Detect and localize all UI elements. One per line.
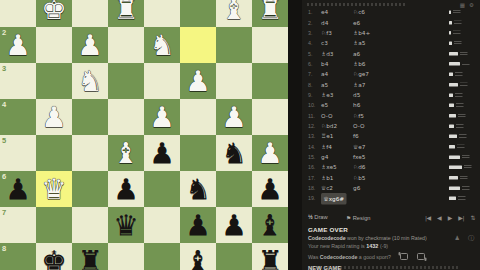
square-d5[interactable]: ♟ [144,135,180,171]
white-move[interactable]: ♗d3 [321,48,333,58]
square-h5[interactable]: 5 [0,135,36,171]
white-move[interactable]: ♘f3 [321,28,332,38]
square-f1[interactable] [72,0,108,27]
square-c3[interactable]: ♟ [180,63,216,99]
white-pawn-piece: ♟ [144,99,180,135]
square-b2[interactable] [216,27,252,63]
square-b5[interactable]: ♞ [216,135,252,171]
square-a8[interactable]: ♜ [252,243,288,270]
white-move[interactable]: ♗f4 [321,141,332,151]
square-d1[interactable] [144,0,180,27]
tiny-number-smudge [458,113,466,118]
black-move[interactable]: ♗b6 [353,59,365,69]
move-number: 10. [308,100,315,110]
move-row-8: 8.a5♗a7 [302,79,480,89]
eval-bar [449,21,452,25]
black-pawn-piece: ♟ [108,171,144,207]
resign-flag-icon: ⚑ [346,214,351,221]
square-f4[interactable] [72,99,108,135]
white-king-piece: ♚ [36,0,72,27]
move-number: 9. [308,90,312,100]
square-a5[interactable]: ♟ [252,135,288,171]
square-b4[interactable]: ♟ [216,99,252,135]
black-move[interactable]: ♕e7 [353,141,365,151]
square-c4[interactable] [180,99,216,135]
move-number: 16. [308,162,315,172]
square-a6[interactable]: ♟ [252,171,288,207]
move-number: 15. [308,152,315,162]
black-move[interactable]: h6 [353,100,360,110]
tiny-number-smudge [457,144,465,149]
tiny-number-smudge [462,62,470,67]
white-move[interactable]: ♗xe5 [321,162,337,172]
move-row-3: 3.♘f3♗b4+ [302,28,480,38]
eval-bar [449,176,458,180]
eval-bar [449,42,452,46]
move-row-13: 13.♖e1f6 [302,131,480,141]
white-pawn-piece: ♟ [180,63,216,99]
move-number: 8. [308,79,312,89]
square-f3[interactable]: ♞ [72,63,108,99]
tiny-number-smudge [455,93,463,98]
square-e1[interactable]: ♜ [108,0,144,27]
square-g2[interactable] [36,27,72,63]
square-h8[interactable]: 8 [0,243,36,270]
tiny-number-smudge [459,134,467,139]
square-a7[interactable]: ♝ [252,207,288,243]
move-row-18: 18.♕c2g6 [302,183,480,193]
thumbs-up-icon[interactable] [400,253,408,260]
move-number: 7. [308,69,312,79]
black-move[interactable]: ♘d6 [353,162,365,172]
half-symbol: ½ [308,214,313,220]
square-d8[interactable] [144,243,180,270]
nav-next-icon[interactable]: ▶ [448,215,452,222]
eval-bar [449,197,456,201]
nav-first-icon[interactable]: |◀ [425,215,431,222]
move-row-2: 2.d4e6 [302,17,480,27]
eval-bar [449,52,458,56]
white-move[interactable]: d4 [321,17,328,27]
white-move[interactable]: ♘bd2 [321,121,337,131]
square-g7[interactable] [36,207,72,243]
eval-bar [449,124,454,128]
move-number: 4. [308,38,312,48]
square-a3[interactable] [252,63,288,99]
square-h7[interactable]: 7 [0,207,36,243]
white-move[interactable]: ♗b1 [321,173,333,183]
tiny-number-smudge [454,41,462,46]
move-number: 6. [308,59,312,69]
unreadable-header-text [307,3,407,6]
white-move[interactable]: ♗e3 [321,90,333,100]
eval-bar [449,62,460,66]
move-number: 13. [308,131,315,141]
square-b1[interactable]: ♝ [216,0,252,27]
black-move[interactable]: ♘ge7 [353,69,369,79]
black-bishop-piece: ♝ [180,243,216,270]
move-row-9: 9.♗e3d5 [302,90,480,100]
tiny-number-smudge [462,155,470,160]
black-move[interactable]: g6 [353,183,360,193]
rank-label-5: 5 [2,136,6,145]
move-number: 17. [308,173,315,183]
white-move[interactable]: e4 [321,7,328,17]
tiny-number-smudge [458,196,466,201]
eval-bar [449,11,451,15]
eval-bar [449,73,453,77]
tiny-number-smudge [454,20,462,25]
white-move[interactable]: a4 [321,69,328,79]
black-move[interactable]: ♗b4+ [353,28,370,38]
flip-board-icon[interactable]: ⇅ [470,215,475,222]
eval-bar [449,166,462,170]
rating-text: Your new Rapid rating is 1432 (-9) [308,243,474,249]
square-e3[interactable] [108,63,144,99]
white-move[interactable]: a5 [321,79,328,89]
tiny-number-smudge [456,124,464,129]
black-move[interactable]: e6 [353,17,360,27]
square-e7[interactable]: ♛ [108,207,144,243]
move-number: 14. [308,141,315,151]
square-d4[interactable]: ♟ [144,99,180,135]
move-row-12: 12.♘bd2O-O [302,121,480,131]
chess-board[interactable]: ♚♜♝♜2♟♟♞3♞♟4♟♟♟5♝♟♞♟6♟♛♟♞♟7♛♟♟♝8♚♜♝♜ [0,0,288,270]
black-move[interactable]: ♗a5 [353,38,365,48]
black-move[interactable]: ♘b5 [353,173,365,183]
black-move[interactable]: f6 [353,131,359,141]
white-knight-piece: ♞ [72,63,108,99]
screen: ♚♜♝♜2♟♟♞3♞♟4♟♟♟5♝♟♞♟6♟♛♟♞♟7♛♟♟♝8♚♜♝♜ ▦ ⚙… [0,0,480,270]
info-icon[interactable]: ⓘ [468,234,474,243]
move-row-7: 7.a4♘ge7 [302,69,480,79]
black-move[interactable]: a6 [353,48,360,58]
rank-label-8: 8 [2,244,6,253]
square-e5[interactable]: ♝ [108,135,144,171]
square-h1[interactable] [0,0,36,27]
game-over-block: GAME OVER Codecodecode won by checkmate … [308,226,474,270]
eval-bar [449,93,453,97]
white-move[interactable]: ♖e1 [321,131,333,141]
square-g8[interactable]: ♚ [36,243,72,270]
tiny-number-smudge [460,51,468,56]
square-e4[interactable] [108,99,144,135]
black-queen-piece: ♛ [108,207,144,243]
white-knight-piece: ♞ [144,27,180,63]
white-move[interactable]: O-O [321,110,332,120]
square-h2[interactable]: 2♟ [0,27,36,63]
square-d3[interactable] [144,63,180,99]
move-number: 2. [308,17,312,27]
eval-bar [449,83,458,87]
square-g3[interactable] [36,63,72,99]
nav-prev-icon[interactable]: ◀ [437,215,441,222]
move-row-10: 10.e5h6 [302,100,480,110]
square-g6[interactable]: ♛ [36,171,72,207]
game-over-title: GAME OVER [308,226,474,233]
black-knight-piece: ♞ [180,171,216,207]
square-d2[interactable]: ♞ [144,27,180,63]
white-pawn-piece: ♟ [216,99,252,135]
white-pawn-piece: ♟ [36,99,72,135]
move-row-1: 1.e4♘c6 [302,7,480,17]
move-number: 12. [308,121,315,131]
move-row-5: 5.♗d3a6 [302,48,480,58]
move-list: 1.e4♘c62.d4e63.♘f3♗b4+4.c3♗a55.♗d3a66.b4… [302,7,480,204]
eval-bar [449,114,456,118]
move-number: 18. [308,183,315,193]
white-pawn-piece: ♟ [252,135,288,171]
nav-last-icon[interactable]: ▶| [458,215,464,222]
square-d6[interactable] [144,171,180,207]
square-e6[interactable]: ♟ [108,171,144,207]
eval-bar [449,186,460,190]
move-row-16: 16.♗xe5♘d6 [302,162,480,172]
move-row-4: 4.c3♗a5 [302,38,480,48]
black-move[interactable]: ♘f5 [353,110,364,120]
tiny-number-smudge [453,10,461,15]
white-bishop-piece: ♝ [108,135,144,171]
rank-label-3: 3 [2,64,6,73]
black-rook-piece: ♜ [72,243,108,270]
partial-bottom-text [308,266,458,269]
black-pawn-piece: ♟ [216,207,252,243]
black-move[interactable]: fxe5 [353,152,365,162]
resign-button[interactable]: ⚑Resign [346,214,371,221]
square-e2[interactable] [108,27,144,63]
black-pawn-piece: ♟ [252,171,288,207]
white-move[interactable]: ♕c2 [321,183,333,193]
square-a1[interactable]: ♜ [252,0,288,27]
eval-bar [449,155,460,159]
square-c8[interactable]: ♝ [180,243,216,270]
white-move[interactable]: b4 [321,59,328,69]
white-pawn-piece: ♟ [0,27,36,63]
square-b8[interactable] [216,243,252,270]
square-f8[interactable]: ♜ [72,243,108,270]
square-c1[interactable] [180,0,216,27]
square-f2[interactable]: ♟ [72,27,108,63]
black-king-piece: ♚ [36,243,72,270]
move-number: 19. [308,193,315,203]
black-move[interactable]: ♗a7 [353,79,365,89]
square-g4[interactable]: ♟ [36,99,72,135]
white-move[interactable]: g4 [321,152,328,162]
move-number: 1. [308,7,312,17]
rank-label-4: 4 [2,100,6,109]
square-c6[interactable]: ♞ [180,171,216,207]
square-f6[interactable] [72,171,108,207]
tiny-number-smudge [460,176,468,181]
square-d7[interactable] [144,207,180,243]
square-h4[interactable]: 4 [0,99,36,135]
white-rook-piece: ♜ [252,0,288,27]
eval-bar [449,31,451,35]
white-move[interactable]: c3 [321,38,328,48]
square-e8[interactable] [108,243,144,270]
white-move[interactable]: ♕xg6# [321,193,347,204]
tiny-number-smudge [455,72,463,77]
square-g1[interactable]: ♚ [36,0,72,27]
eval-bar [449,104,454,108]
rank-label-7: 7 [2,208,6,217]
square-a2[interactable] [252,27,288,63]
black-move[interactable]: ♘c6 [353,7,365,17]
move-number: 11. [308,110,315,120]
white-rook-piece: ♜ [108,0,144,27]
square-c7[interactable]: ♟ [180,207,216,243]
side-panel: ▦ ⚙ 1.e4♘c62.d4e63.♘f3♗b4+4.c3♗a55.♗d3a6… [302,0,480,270]
square-b6[interactable] [216,171,252,207]
move-row-17: 17.♗b1♘b5 [302,173,480,183]
tiny-number-smudge [460,82,468,87]
black-pawn-piece: ♟ [180,207,216,243]
square-b3[interactable] [216,63,252,99]
move-number: 5. [308,48,312,58]
draw-button[interactable]: ½Draw [308,214,328,220]
black-move[interactable]: O-O [353,121,364,131]
tiny-number-smudge [456,103,464,108]
square-f5[interactable] [72,135,108,171]
game-controls: ½Draw ⚑Resign |◀ ◀ ▶ ▶| ⇅ [302,214,480,225]
square-h6[interactable]: 6♟ [0,171,36,207]
square-b7[interactable]: ♟ [216,207,252,243]
tiny-number-smudge [462,186,470,191]
square-h3[interactable]: 3 [0,63,36,99]
tiny-number-smudge [464,165,472,170]
tiny-number-smudge [453,31,461,36]
move-row-6: 6.b4♗b6 [302,59,480,69]
square-a4[interactable] [252,99,288,135]
move-number: 3. [308,28,312,38]
move-row-11: 11.O-O♘f5 [302,110,480,120]
square-f7[interactable] [72,207,108,243]
white-move[interactable]: e5 [321,100,328,110]
black-bishop-piece: ♝ [252,207,288,243]
eval-bar [449,145,455,149]
move-row-19: 19.♕xg6# [302,193,480,203]
square-g5[interactable] [36,135,72,171]
square-c2[interactable] [180,27,216,63]
move-row-14: 14.♗f4♕e7 [302,141,480,151]
black-rook-piece: ♜ [252,243,288,270]
move-row-15: 15.g4fxe5 [302,152,480,162]
black-knight-piece: ♞ [216,135,252,171]
pawn-icon[interactable]: ♟ [455,234,460,243]
square-c5[interactable] [180,135,216,171]
white-pawn-piece: ♟ [72,27,108,63]
white-queen-piece: ♛ [36,171,72,207]
game-result-text: Codecodecode won by checkmate (10 min Ra… [308,235,474,241]
black-pawn-piece: ♟ [144,135,180,171]
eval-bar [449,135,457,139]
good-sport-row: Was Codecodecode a good sport? [308,253,474,260]
thumbs-down-icon[interactable] [417,253,425,260]
black-move[interactable]: d5 [353,90,360,100]
black-pawn-piece: ♟ [0,171,36,207]
white-bishop-piece: ♝ [216,0,252,27]
